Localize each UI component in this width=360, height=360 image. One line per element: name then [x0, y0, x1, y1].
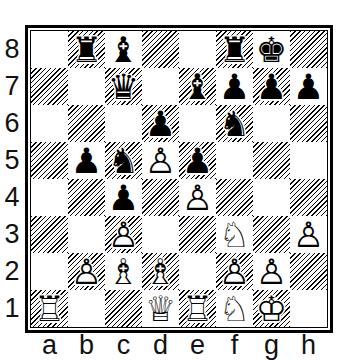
square-a3[interactable] — [31, 216, 68, 253]
square-e6[interactable] — [179, 105, 216, 142]
piece-glyph: ♛ — [105, 68, 142, 105]
piece-glyph: ♞ — [105, 142, 142, 179]
square-e7[interactable]: ♝ — [179, 68, 216, 105]
rank-label-4: 4 — [0, 179, 24, 216]
square-c2[interactable]: ♝♗ — [105, 253, 142, 290]
file-label-c: c — [105, 332, 142, 359]
piece-white-pawn-icon: ♟♙ — [216, 253, 253, 290]
piece-black-rook-icon: ♜ — [68, 31, 105, 68]
piece-glyph: ♙ — [253, 253, 290, 290]
piece-white-pawn-icon: ♟♙ — [105, 216, 142, 253]
piece-glyph: ♜ — [68, 31, 105, 68]
piece-white-rook-icon: ♜♖ — [179, 290, 216, 327]
piece-glyph: ♜ — [216, 31, 253, 68]
rank-label-2: 2 — [0, 253, 24, 290]
piece-glyph: ♝ — [179, 68, 216, 105]
file-label-b: b — [68, 332, 105, 359]
piece-glyph: ♙ — [142, 142, 179, 179]
piece-white-pawn-icon: ♟♙ — [253, 253, 290, 290]
piece-glyph: ♙ — [216, 253, 253, 290]
piece-glyph: ♟ — [216, 68, 253, 105]
square-h6[interactable] — [290, 105, 327, 142]
square-e2[interactable] — [179, 253, 216, 290]
rank-labels: 87654321 — [0, 31, 24, 327]
square-d2[interactable]: ♝♗ — [142, 253, 179, 290]
square-g7[interactable]: ♟ — [253, 68, 290, 105]
piece-white-pawn-icon: ♟♙ — [290, 216, 327, 253]
rank-label-7: 7 — [0, 68, 24, 105]
piece-glyph: ♟ — [68, 142, 105, 179]
piece-white-pawn-icon: ♟♙ — [179, 179, 216, 216]
square-c7[interactable]: ♛ — [105, 68, 142, 105]
square-a7[interactable] — [31, 68, 68, 105]
piece-glyph: ♗ — [142, 253, 179, 290]
square-d6[interactable]: ♟ — [142, 105, 179, 142]
square-a2[interactable] — [31, 253, 68, 290]
chess-board-frame: ♜♝♜♚♛♝♟♟♟♟♞♟♞♟♙♟♟♟♙♟♙♞♘♟♙♟♙♝♗♝♗♟♙♟♙♜♖♛♕♜… — [25, 25, 333, 333]
square-e3[interactable] — [179, 216, 216, 253]
piece-glyph: ♙ — [290, 216, 327, 253]
square-f4[interactable] — [216, 179, 253, 216]
piece-glyph: ♘ — [216, 216, 253, 253]
piece-white-bishop-icon: ♝♗ — [142, 253, 179, 290]
square-c1[interactable] — [105, 290, 142, 327]
piece-white-pawn-icon: ♟♙ — [142, 142, 179, 179]
square-a4[interactable] — [31, 179, 68, 216]
square-h2[interactable] — [290, 253, 327, 290]
rank-label-5: 5 — [0, 142, 24, 179]
piece-glyph: ♙ — [105, 216, 142, 253]
piece-glyph: ♟ — [179, 142, 216, 179]
file-label-f: f — [216, 332, 253, 359]
square-c3[interactable]: ♟♙ — [105, 216, 142, 253]
piece-black-knight-icon: ♞ — [216, 105, 253, 142]
square-c6[interactable] — [105, 105, 142, 142]
piece-black-pawn-icon: ♟ — [142, 105, 179, 142]
rank-label-8: 8 — [0, 31, 24, 68]
square-b2[interactable]: ♟♙ — [68, 253, 105, 290]
piece-glyph: ♘ — [216, 290, 253, 327]
piece-glyph: ♞ — [216, 105, 253, 142]
piece-glyph: ♟ — [290, 68, 327, 105]
square-e5[interactable]: ♟ — [179, 142, 216, 179]
square-b1[interactable] — [68, 290, 105, 327]
piece-white-king-icon: ♚♔ — [253, 290, 290, 327]
piece-white-bishop-icon: ♝♗ — [105, 253, 142, 290]
piece-white-rook-icon: ♜♖ — [31, 290, 68, 327]
chess-board-inner-border: ♜♝♜♚♛♝♟♟♟♟♞♟♞♟♙♟♟♟♙♟♙♞♘♟♙♟♙♝♗♝♗♟♙♟♙♜♖♛♕♜… — [30, 30, 328, 328]
piece-black-rook-icon: ♜ — [216, 31, 253, 68]
square-d1[interactable]: ♛♕ — [142, 290, 179, 327]
file-label-d: d — [142, 332, 179, 359]
square-a6[interactable] — [31, 105, 68, 142]
square-d8[interactable] — [142, 31, 179, 68]
piece-black-king-icon: ♚ — [253, 31, 290, 68]
piece-glyph: ♖ — [31, 290, 68, 327]
square-c8[interactable]: ♝ — [105, 31, 142, 68]
piece-black-pawn-icon: ♟ — [290, 68, 327, 105]
square-e4[interactable]: ♟♙ — [179, 179, 216, 216]
piece-black-pawn-icon: ♟ — [105, 179, 142, 216]
square-d3[interactable] — [142, 216, 179, 253]
square-b6[interactable] — [68, 105, 105, 142]
piece-black-pawn-icon: ♟ — [253, 68, 290, 105]
square-c4[interactable]: ♟ — [105, 179, 142, 216]
file-labels: abcdefgh — [31, 332, 327, 359]
piece-glyph: ♟ — [253, 68, 290, 105]
square-f7[interactable]: ♟ — [216, 68, 253, 105]
piece-black-bishop-icon: ♝ — [179, 68, 216, 105]
square-f3[interactable]: ♞♘ — [216, 216, 253, 253]
piece-glyph: ♝ — [105, 31, 142, 68]
piece-glyph: ♟ — [105, 179, 142, 216]
square-g8[interactable]: ♚ — [253, 31, 290, 68]
square-g2[interactable]: ♟♙ — [253, 253, 290, 290]
square-f5[interactable] — [216, 142, 253, 179]
rank-label-3: 3 — [0, 216, 24, 253]
square-b5[interactable]: ♟ — [68, 142, 105, 179]
file-label-h: h — [290, 332, 327, 359]
piece-black-knight-icon: ♞ — [105, 142, 142, 179]
square-b4[interactable] — [68, 179, 105, 216]
square-h5[interactable] — [290, 142, 327, 179]
piece-glyph: ♔ — [253, 290, 290, 327]
piece-white-queen-icon: ♛♕ — [142, 290, 179, 327]
piece-glyph: ♕ — [142, 290, 179, 327]
piece-black-pawn-icon: ♟ — [179, 142, 216, 179]
file-label-a: a — [31, 332, 68, 359]
square-e8[interactable] — [179, 31, 216, 68]
square-f6[interactable]: ♞ — [216, 105, 253, 142]
square-h1[interactable] — [290, 290, 327, 327]
file-label-g: g — [253, 332, 290, 359]
square-f8[interactable]: ♜ — [216, 31, 253, 68]
square-f2[interactable]: ♟♙ — [216, 253, 253, 290]
square-e1[interactable]: ♜♖ — [179, 290, 216, 327]
rank-label-6: 6 — [0, 105, 24, 142]
square-a5[interactable] — [31, 142, 68, 179]
piece-black-bishop-icon: ♝ — [105, 31, 142, 68]
piece-black-queen-icon: ♛ — [105, 68, 142, 105]
square-g6[interactable] — [253, 105, 290, 142]
file-label-e: e — [179, 332, 216, 359]
piece-black-pawn-icon: ♟ — [216, 68, 253, 105]
piece-glyph: ♙ — [179, 179, 216, 216]
piece-glyph: ♗ — [105, 253, 142, 290]
piece-white-knight-icon: ♞♘ — [216, 290, 253, 327]
square-d4[interactable] — [142, 179, 179, 216]
square-c5[interactable]: ♞ — [105, 142, 142, 179]
chess-board: ♜♝♜♚♛♝♟♟♟♟♞♟♞♟♙♟♟♟♙♟♙♞♘♟♙♟♙♝♗♝♗♟♙♟♙♜♖♛♕♜… — [31, 31, 327, 327]
square-h3[interactable]: ♟♙ — [290, 216, 327, 253]
square-b8[interactable]: ♜ — [68, 31, 105, 68]
square-h7[interactable]: ♟ — [290, 68, 327, 105]
piece-black-pawn-icon: ♟ — [68, 142, 105, 179]
piece-glyph: ♟ — [142, 105, 179, 142]
square-g3[interactable] — [253, 216, 290, 253]
square-d5[interactable]: ♟♙ — [142, 142, 179, 179]
piece-glyph: ♖ — [179, 290, 216, 327]
square-g5[interactable] — [253, 142, 290, 179]
rank-label-1: 1 — [0, 290, 24, 327]
piece-white-knight-icon: ♞♘ — [216, 216, 253, 253]
square-a1[interactable]: ♜♖ — [31, 290, 68, 327]
square-g4[interactable] — [253, 179, 290, 216]
piece-glyph: ♚ — [253, 31, 290, 68]
square-h8[interactable] — [290, 31, 327, 68]
square-a8[interactable] — [31, 31, 68, 68]
square-g1[interactable]: ♚♔ — [253, 290, 290, 327]
square-h4[interactable] — [290, 179, 327, 216]
square-f1[interactable]: ♞♘ — [216, 290, 253, 327]
square-b7[interactable] — [68, 68, 105, 105]
square-d7[interactable] — [142, 68, 179, 105]
piece-white-pawn-icon: ♟♙ — [68, 253, 105, 290]
square-b3[interactable] — [68, 216, 105, 253]
piece-glyph: ♙ — [68, 253, 105, 290]
